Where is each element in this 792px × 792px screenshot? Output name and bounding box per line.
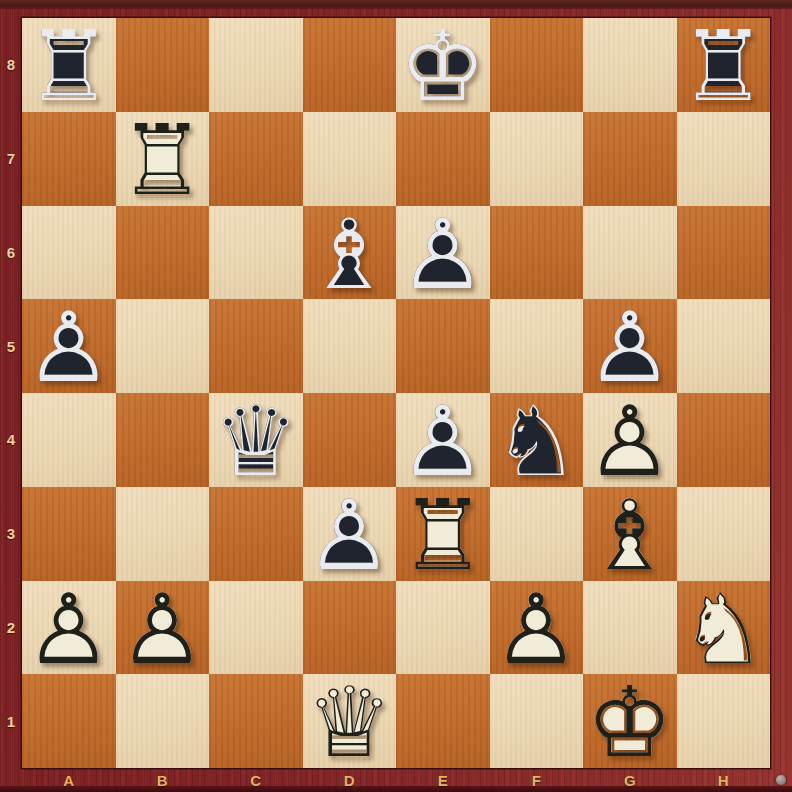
- chess-app-window: ♜♖♚♔♜♖♜♖♝♗♟♙♟♙♟♙♛♕♟♙♞♘♟♙♟♙♜♖♝♗♟♙♟♙♟♙♞♘♛♕…: [0, 0, 792, 792]
- white-pawn-detail-lines: ♙: [119, 581, 206, 678]
- black-queen-detail-lines: ♕: [212, 393, 299, 490]
- square-c6[interactable]: [209, 206, 303, 300]
- black-bishop-detail-lines: ♗: [306, 206, 393, 303]
- piece-white-pawn[interactable]: ♟♙: [22, 581, 116, 675]
- square-a3[interactable]: [22, 487, 116, 581]
- rank-label-5: 5: [0, 299, 22, 393]
- square-e7[interactable]: [396, 112, 490, 206]
- square-h5[interactable]: [677, 299, 771, 393]
- square-e4[interactable]: ♟♙: [396, 393, 490, 487]
- square-f7[interactable]: [490, 112, 584, 206]
- square-g6[interactable]: [583, 206, 677, 300]
- square-d4[interactable]: [303, 393, 397, 487]
- square-g7[interactable]: [583, 112, 677, 206]
- square-c1[interactable]: [209, 674, 303, 768]
- piece-black-bishop[interactable]: ♝♗: [303, 206, 397, 300]
- square-a4[interactable]: [22, 393, 116, 487]
- frame-top-band: [0, 0, 792, 9]
- file-label-b: B: [116, 768, 210, 792]
- square-d6[interactable]: ♝♗: [303, 206, 397, 300]
- square-f2[interactable]: ♟♙: [490, 581, 584, 675]
- square-h6[interactable]: [677, 206, 771, 300]
- square-b4[interactable]: [116, 393, 210, 487]
- black-rook-detail-lines: ♖: [25, 18, 112, 115]
- square-c4[interactable]: ♛♕: [209, 393, 303, 487]
- square-a7[interactable]: [22, 112, 116, 206]
- square-g2[interactable]: [583, 581, 677, 675]
- square-c2[interactable]: [209, 581, 303, 675]
- white-queen-detail-lines: ♕: [306, 674, 393, 771]
- rank-label-1: 1: [0, 674, 22, 768]
- piece-black-pawn[interactable]: ♟♙: [22, 299, 116, 393]
- rank-label-3: 3: [0, 487, 22, 581]
- rank-label-4: 4: [0, 393, 22, 487]
- white-knight-detail-lines: ♘: [680, 581, 767, 678]
- square-g4[interactable]: ♟♙: [583, 393, 677, 487]
- piece-black-pawn[interactable]: ♟♙: [396, 393, 490, 487]
- square-h3[interactable]: [677, 487, 771, 581]
- white-bishop-detail-lines: ♗: [586, 487, 673, 584]
- square-f1[interactable]: [490, 674, 584, 768]
- square-b8[interactable]: [116, 18, 210, 112]
- piece-white-bishop[interactable]: ♝♗: [583, 487, 677, 581]
- black-pawn-detail-lines: ♙: [306, 487, 393, 584]
- square-c7[interactable]: [209, 112, 303, 206]
- square-d5[interactable]: [303, 299, 397, 393]
- square-d7[interactable]: [303, 112, 397, 206]
- piece-black-rook[interactable]: ♜♖: [22, 18, 116, 112]
- square-b2[interactable]: ♟♙: [116, 581, 210, 675]
- piece-black-pawn[interactable]: ♟♙: [303, 487, 397, 581]
- black-pawn-detail-lines: ♙: [399, 206, 486, 303]
- square-c5[interactable]: [209, 299, 303, 393]
- piece-black-pawn[interactable]: ♟♙: [396, 206, 490, 300]
- square-d1[interactable]: ♛♕: [303, 674, 397, 768]
- piece-black-knight[interactable]: ♞♘: [490, 393, 584, 487]
- white-rook-detail-lines: ♖: [119, 112, 206, 209]
- rank-label-2: 2: [0, 581, 22, 675]
- file-label-a: A: [22, 768, 116, 792]
- square-a5[interactable]: ♟♙: [22, 299, 116, 393]
- square-b1[interactable]: [116, 674, 210, 768]
- square-f6[interactable]: [490, 206, 584, 300]
- piece-black-king[interactable]: ♚♔: [396, 18, 490, 112]
- rank-labels: 87654321: [0, 18, 22, 768]
- file-label-e: E: [396, 768, 490, 792]
- file-label-g: G: [583, 768, 677, 792]
- square-b3[interactable]: [116, 487, 210, 581]
- square-e1[interactable]: [396, 674, 490, 768]
- square-e8[interactable]: ♚♔: [396, 18, 490, 112]
- square-a8[interactable]: ♜♖: [22, 18, 116, 112]
- square-a2[interactable]: ♟♙: [22, 581, 116, 675]
- file-label-h: H: [677, 768, 771, 792]
- file-label-c: C: [209, 768, 303, 792]
- piece-white-rook[interactable]: ♜♖: [116, 112, 210, 206]
- rank-label-8: 8: [0, 18, 22, 112]
- piece-black-pawn[interactable]: ♟♙: [583, 299, 677, 393]
- black-pawn-detail-lines: ♙: [399, 393, 486, 490]
- piece-white-king[interactable]: ♚♔: [583, 674, 677, 768]
- square-b7[interactable]: ♜♖: [116, 112, 210, 206]
- chess-board: ♜♖♚♔♜♖♜♖♝♗♟♙♟♙♟♙♛♕♟♙♞♘♟♙♟♙♜♖♝♗♟♙♟♙♟♙♞♘♛♕…: [22, 18, 770, 768]
- piece-white-pawn[interactable]: ♟♙: [116, 581, 210, 675]
- square-d2[interactable]: [303, 581, 397, 675]
- piece-white-pawn[interactable]: ♟♙: [583, 393, 677, 487]
- square-h7[interactable]: [677, 112, 771, 206]
- square-f4[interactable]: ♞♘: [490, 393, 584, 487]
- square-d8[interactable]: [303, 18, 397, 112]
- rank-label-7: 7: [0, 112, 22, 206]
- square-h2[interactable]: ♞♘: [677, 581, 771, 675]
- file-labels: ABCDEFGH: [22, 768, 770, 792]
- white-rook-detail-lines: ♖: [399, 487, 486, 584]
- square-g8[interactable]: [583, 18, 677, 112]
- square-h4[interactable]: [677, 393, 771, 487]
- square-e6[interactable]: ♟♙: [396, 206, 490, 300]
- file-label-f: F: [490, 768, 584, 792]
- square-b6[interactable]: [116, 206, 210, 300]
- black-knight-detail-lines: ♘: [493, 393, 580, 490]
- square-g3[interactable]: ♝♗: [583, 487, 677, 581]
- piece-black-queen[interactable]: ♛♕: [209, 393, 303, 487]
- square-c3[interactable]: [209, 487, 303, 581]
- corner-screw-icon: [776, 775, 786, 785]
- square-g5[interactable]: ♟♙: [583, 299, 677, 393]
- rank-label-6: 6: [0, 206, 22, 300]
- square-h8[interactable]: ♜♖: [677, 18, 771, 112]
- square-b5[interactable]: [116, 299, 210, 393]
- black-pawn-detail-lines: ♙: [25, 299, 112, 396]
- black-king-detail-lines: ♔: [399, 18, 486, 115]
- square-f8[interactable]: [490, 18, 584, 112]
- square-f3[interactable]: [490, 487, 584, 581]
- white-king-detail-lines: ♔: [586, 674, 673, 771]
- file-label-d: D: [303, 768, 397, 792]
- square-c8[interactable]: [209, 18, 303, 112]
- square-g1[interactable]: ♚♔: [583, 674, 677, 768]
- white-pawn-detail-lines: ♙: [493, 581, 580, 678]
- white-pawn-detail-lines: ♙: [586, 393, 673, 490]
- square-h1[interactable]: [677, 674, 771, 768]
- square-e2[interactable]: [396, 581, 490, 675]
- square-a6[interactable]: [22, 206, 116, 300]
- piece-white-rook[interactable]: ♜♖: [396, 487, 490, 581]
- piece-white-knight[interactable]: ♞♘: [677, 581, 771, 675]
- square-d3[interactable]: ♟♙: [303, 487, 397, 581]
- piece-black-rook[interactable]: ♜♖: [677, 18, 771, 112]
- black-rook-detail-lines: ♖: [680, 18, 767, 115]
- white-pawn-detail-lines: ♙: [25, 581, 112, 678]
- square-e5[interactable]: [396, 299, 490, 393]
- piece-white-queen[interactable]: ♛♕: [303, 674, 397, 768]
- black-pawn-detail-lines: ♙: [586, 299, 673, 396]
- piece-white-pawn[interactable]: ♟♙: [490, 581, 584, 675]
- square-f5[interactable]: [490, 299, 584, 393]
- square-e3[interactable]: ♜♖: [396, 487, 490, 581]
- square-a1[interactable]: [22, 674, 116, 768]
